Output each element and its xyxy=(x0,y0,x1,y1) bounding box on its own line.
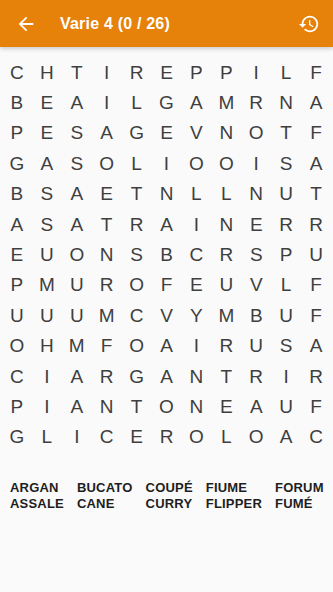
grid-cell-r6c9[interactable]: E xyxy=(241,209,271,239)
grid-cell-r11c4[interactable]: R xyxy=(92,361,122,391)
grid-cell-r2c1[interactable]: B xyxy=(2,87,32,117)
grid-cell-r12c7[interactable]: N xyxy=(181,391,211,421)
grid-cell-r3c1[interactable]: P xyxy=(2,118,32,148)
grid-cell-r9c2[interactable]: U xyxy=(32,300,62,330)
grid-cell-r1c4[interactable]: I xyxy=(92,57,122,87)
grid-cell-r5c1[interactable]: B xyxy=(2,179,32,209)
grid-cell-r8c4[interactable]: R xyxy=(92,270,122,300)
grid-cell-r2c7[interactable]: A xyxy=(181,87,211,117)
grid-cell-r1c6[interactable]: E xyxy=(152,57,182,87)
grid-cell-r3c3[interactable]: S xyxy=(62,118,92,148)
grid-cell-r2c9[interactable]: R xyxy=(241,87,271,117)
app-screen: Varie 4 (0 / 26) CHTIREPPILFBEAILGAMRNAP… xyxy=(0,0,333,592)
grid-cell-r11c9[interactable]: R xyxy=(241,361,271,391)
grid-cell-r9c9[interactable]: B xyxy=(241,300,271,330)
grid-cell-r6c2[interactable]: S xyxy=(32,209,62,239)
grid-cell-r1c8[interactable]: P xyxy=(211,57,241,87)
word-item: CURRY xyxy=(146,496,193,512)
grid-cell-r4c2[interactable]: A xyxy=(32,148,62,178)
word-list[interactable]: ARGANASSALEBUCATOCANECOUPÉCURRYFIUMEFLIP… xyxy=(0,480,333,512)
grid-cell-r2c6[interactable]: G xyxy=(152,87,182,117)
grid-cell-r5c2[interactable]: S xyxy=(32,179,62,209)
grid-cell-r7c6[interactable]: B xyxy=(152,239,182,269)
grid-cell-r11c11[interactable]: R xyxy=(301,361,331,391)
grid-cell-r3c7[interactable]: V xyxy=(181,118,211,148)
grid-cell-r12c8[interactable]: E xyxy=(211,391,241,421)
grid-cell-r13c2[interactable]: L xyxy=(32,422,62,452)
history-button[interactable] xyxy=(297,12,321,36)
grid-cell-r13c5[interactable]: E xyxy=(122,422,152,452)
grid-cell-r11c5[interactable]: G xyxy=(122,361,152,391)
page-title: Varie 4 (0 / 26) xyxy=(60,15,297,33)
grid-cell-r2c10[interactable]: N xyxy=(271,87,301,117)
grid-cell-r10c11[interactable]: A xyxy=(301,331,331,361)
grid-cell-r8c11[interactable]: F xyxy=(301,270,331,300)
word-list-column: ARGANASSALE xyxy=(10,480,64,512)
grid-cell-r2c11[interactable]: A xyxy=(301,87,331,117)
grid-cell-r7c2[interactable]: U xyxy=(32,239,62,269)
letter-grid-wrapper: CHTIREPPILFBEAILGAMRNAPESAGEVNOTFGASOLIO… xyxy=(0,47,333,452)
grid-cell-r4c10[interactable]: S xyxy=(271,148,301,178)
grid-cell-r13c8[interactable]: L xyxy=(211,422,241,452)
grid-cell-r9c8[interactable]: M xyxy=(211,300,241,330)
grid-cell-r13c9[interactable]: O xyxy=(241,422,271,452)
grid-cell-r6c6[interactable]: A xyxy=(152,209,182,239)
grid-cell-r4c3[interactable]: S xyxy=(62,148,92,178)
grid-cell-r8c3[interactable]: U xyxy=(62,270,92,300)
grid-cell-r3c6[interactable]: E xyxy=(152,118,182,148)
grid-cell-r13c11[interactable]: C xyxy=(301,422,331,452)
grid-cell-r1c10[interactable]: L xyxy=(271,57,301,87)
arrow-left-icon xyxy=(15,13,37,35)
grid-cell-r13c1[interactable]: G xyxy=(2,422,32,452)
grid-cell-r3c2[interactable]: E xyxy=(32,118,62,148)
grid-cell-r7c10[interactable]: P xyxy=(271,239,301,269)
grid-cell-r10c6[interactable]: A xyxy=(152,331,182,361)
grid-cell-r3c5[interactable]: G xyxy=(122,118,152,148)
grid-cell-r1c2[interactable]: H xyxy=(32,57,62,87)
word-item: FLIPPER xyxy=(206,496,262,512)
grid-cell-r3c10[interactable]: T xyxy=(271,118,301,148)
word-item: ARGAN xyxy=(10,480,64,496)
grid-cell-r5c5[interactable]: T xyxy=(122,179,152,209)
grid-cell-r4c9[interactable]: I xyxy=(241,148,271,178)
grid-cell-r13c7[interactable]: O xyxy=(181,422,211,452)
grid-cell-r8c6[interactable]: F xyxy=(152,270,182,300)
grid-cell-r12c9[interactable]: A xyxy=(241,391,271,421)
grid-cell-r10c10[interactable]: S xyxy=(271,331,301,361)
word-list-column: FIUMEFLIPPER xyxy=(206,480,262,512)
grid-cell-r2c4[interactable]: I xyxy=(92,87,122,117)
grid-cell-r4c11[interactable]: A xyxy=(301,148,331,178)
grid-cell-r5c9[interactable]: N xyxy=(241,179,271,209)
grid-cell-r9c6[interactable]: V xyxy=(152,300,182,330)
grid-cell-r5c4[interactable]: E xyxy=(92,179,122,209)
grid-cell-r10c8[interactable]: R xyxy=(211,331,241,361)
grid-cell-r10c4[interactable]: F xyxy=(92,331,122,361)
letter-grid[interactable]: CHTIREPPILFBEAILGAMRNAPESAGEVNOTFGASOLIO… xyxy=(2,57,331,452)
grid-cell-r11c6[interactable]: A xyxy=(152,361,182,391)
grid-cell-r4c8[interactable]: O xyxy=(211,148,241,178)
word-item: CANE xyxy=(77,496,133,512)
grid-cell-r3c8[interactable]: N xyxy=(211,118,241,148)
grid-cell-r7c8[interactable]: R xyxy=(211,239,241,269)
grid-cell-r5c8[interactable]: L xyxy=(211,179,241,209)
grid-cell-r7c4[interactable]: N xyxy=(92,239,122,269)
grid-cell-r13c3[interactable]: I xyxy=(62,422,92,452)
word-item: ASSALE xyxy=(10,496,64,512)
grid-cell-r8c1[interactable]: P xyxy=(2,270,32,300)
grid-cell-r8c7[interactable]: E xyxy=(181,270,211,300)
grid-cell-r9c11[interactable]: F xyxy=(301,300,331,330)
word-list-column: COUPÉCURRY xyxy=(146,480,193,512)
word-list-column: BUCATOCANE xyxy=(77,480,133,512)
grid-cell-r10c1[interactable]: O xyxy=(2,331,32,361)
grid-cell-r12c11[interactable]: F xyxy=(301,391,331,421)
grid-cell-r3c11[interactable]: F xyxy=(301,118,331,148)
grid-cell-r2c8[interactable]: M xyxy=(211,87,241,117)
grid-cell-r2c2[interactable]: E xyxy=(32,87,62,117)
grid-cell-r1c5[interactable]: R xyxy=(122,57,152,87)
grid-cell-r6c3[interactable]: A xyxy=(62,209,92,239)
history-clock-icon xyxy=(298,13,320,35)
grid-cell-r7c1[interactable]: E xyxy=(2,239,32,269)
back-button[interactable] xyxy=(14,12,38,36)
word-item: FUMÉ xyxy=(275,496,324,512)
grid-cell-r4c6[interactable]: I xyxy=(152,148,182,178)
grid-cell-r9c10[interactable]: U xyxy=(271,300,301,330)
grid-cell-r4c7[interactable]: O xyxy=(181,148,211,178)
grid-cell-r7c11[interactable]: U xyxy=(301,239,331,269)
grid-cell-r10c9[interactable]: U xyxy=(241,331,271,361)
grid-cell-r1c1[interactable]: C xyxy=(2,57,32,87)
grid-cell-r7c5[interactable]: S xyxy=(122,239,152,269)
grid-cell-r8c2[interactable]: M xyxy=(32,270,62,300)
grid-cell-r4c5[interactable]: L xyxy=(122,148,152,178)
grid-cell-r5c6[interactable]: N xyxy=(152,179,182,209)
grid-cell-r3c9[interactable]: O xyxy=(241,118,271,148)
grid-cell-r8c9[interactable]: V xyxy=(241,270,271,300)
grid-cell-r12c4[interactable]: N xyxy=(92,391,122,421)
grid-cell-r9c1[interactable]: U xyxy=(2,300,32,330)
grid-cell-r5c11[interactable]: T xyxy=(301,179,331,209)
grid-cell-r11c8[interactable]: T xyxy=(211,361,241,391)
grid-cell-r11c1[interactable]: C xyxy=(2,361,32,391)
grid-cell-r9c5[interactable]: C xyxy=(122,300,152,330)
grid-cell-r4c4[interactable]: O xyxy=(92,148,122,178)
grid-cell-r9c3[interactable]: U xyxy=(62,300,92,330)
app-bar: Varie 4 (0 / 26) xyxy=(0,0,333,47)
grid-cell-r9c7[interactable]: Y xyxy=(181,300,211,330)
grid-cell-r12c6[interactable]: O xyxy=(152,391,182,421)
grid-cell-r6c7[interactable]: I xyxy=(181,209,211,239)
grid-cell-r1c3[interactable]: T xyxy=(62,57,92,87)
grid-cell-r11c7[interactable]: N xyxy=(181,361,211,391)
grid-cell-r8c8[interactable]: U xyxy=(211,270,241,300)
grid-cell-r6c11[interactable]: R xyxy=(301,209,331,239)
grid-cell-r13c4[interactable]: C xyxy=(92,422,122,452)
grid-cell-r11c10[interactable]: I xyxy=(271,361,301,391)
grid-cell-r1c9[interactable]: I xyxy=(241,57,271,87)
grid-cell-r6c8[interactable]: N xyxy=(211,209,241,239)
grid-cell-r6c5[interactable]: R xyxy=(122,209,152,239)
word-item: FORUM xyxy=(275,480,324,496)
grid-cell-r6c10[interactable]: R xyxy=(271,209,301,239)
grid-cell-r12c3[interactable]: A xyxy=(62,391,92,421)
word-item: FIUME xyxy=(206,480,262,496)
grid-cell-r10c2[interactable]: H xyxy=(32,331,62,361)
grid-cell-r10c5[interactable]: O xyxy=(122,331,152,361)
grid-cell-r10c3[interactable]: M xyxy=(62,331,92,361)
grid-cell-r13c10[interactable]: A xyxy=(271,422,301,452)
grid-cell-r13c6[interactable]: R xyxy=(152,422,182,452)
grid-cell-r1c11[interactable]: F xyxy=(301,57,331,87)
word-item: COUPÉ xyxy=(146,480,193,496)
grid-cell-r9c4[interactable]: M xyxy=(92,300,122,330)
grid-cell-r6c4[interactable]: T xyxy=(92,209,122,239)
grid-cell-r8c10[interactable]: L xyxy=(271,270,301,300)
word-list-column: FORUMFUMÉ xyxy=(275,480,324,512)
grid-cell-r12c10[interactable]: U xyxy=(271,391,301,421)
grid-cell-r3c4[interactable]: A xyxy=(92,118,122,148)
grid-cell-r8c5[interactable]: O xyxy=(122,270,152,300)
grid-cell-r7c9[interactable]: S xyxy=(241,239,271,269)
puzzle-area: CHTIREPPILFBEAILGAMRNAPESAGEVNOTFGASOLIO… xyxy=(0,47,333,512)
word-item: BUCATO xyxy=(77,480,133,496)
grid-cell-r6c1[interactable]: A xyxy=(2,209,32,239)
grid-cell-r11c3[interactable]: A xyxy=(62,361,92,391)
grid-cell-r2c3[interactable]: A xyxy=(62,87,92,117)
grid-cell-r4c1[interactable]: G xyxy=(2,148,32,178)
grid-cell-r7c7[interactable]: C xyxy=(181,239,211,269)
grid-cell-r5c7[interactable]: L xyxy=(181,179,211,209)
grid-cell-r5c3[interactable]: A xyxy=(62,179,92,209)
grid-cell-r1c7[interactable]: P xyxy=(181,57,211,87)
grid-cell-r12c1[interactable]: P xyxy=(2,391,32,421)
grid-cell-r12c2[interactable]: I xyxy=(32,391,62,421)
grid-cell-r10c7[interactable]: I xyxy=(181,331,211,361)
grid-cell-r5c10[interactable]: U xyxy=(271,179,301,209)
grid-cell-r11c2[interactable]: I xyxy=(32,361,62,391)
grid-cell-r2c5[interactable]: L xyxy=(122,87,152,117)
grid-cell-r12c5[interactable]: T xyxy=(122,391,152,421)
grid-cell-r7c3[interactable]: O xyxy=(62,239,92,269)
